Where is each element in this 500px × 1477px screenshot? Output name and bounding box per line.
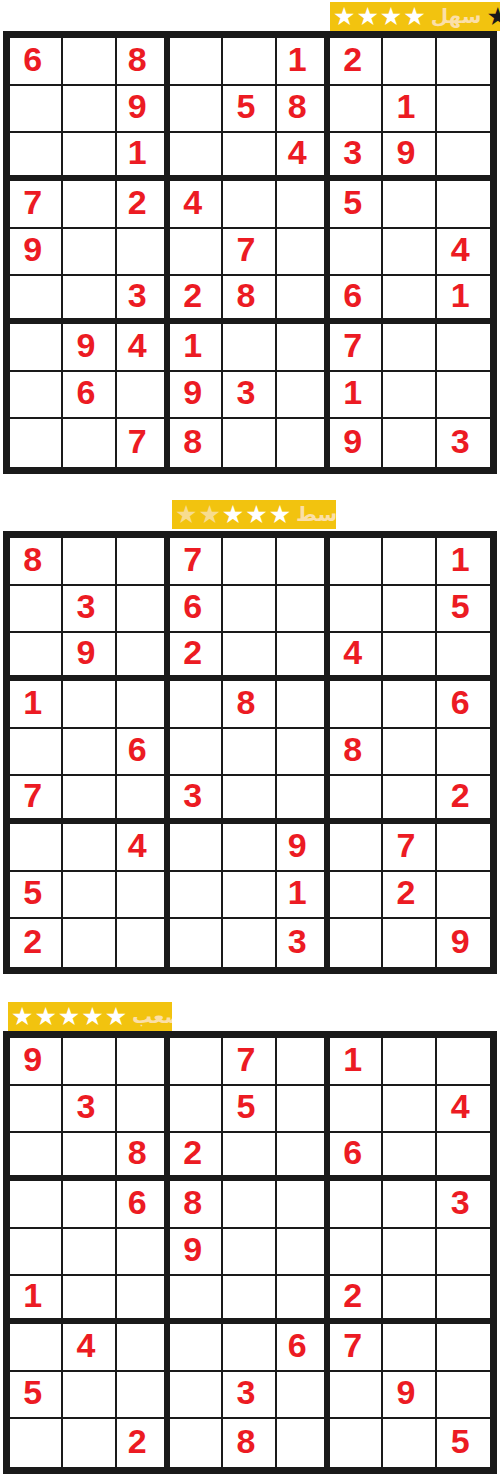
- sudoku-cell-r6c7[interactable]: [330, 776, 383, 824]
- difficulty-label: سهل: [431, 3, 482, 30]
- sudoku-cell-r4c1[interactable]: 7: [10, 181, 63, 229]
- given-digit: 5: [451, 589, 470, 623]
- sudoku-cell-r9c5[interactable]: 8: [223, 1419, 276, 1467]
- sudoku-cell-r4c8[interactable]: [383, 1181, 436, 1229]
- sudoku-cell-r5c4[interactable]: 9: [170, 1229, 223, 1277]
- sudoku-cell-r9c3[interactable]: [117, 919, 170, 967]
- sudoku-cell-r5c7[interactable]: 8: [330, 729, 383, 777]
- sudoku-cell-r8c4[interactable]: 9: [170, 372, 223, 420]
- sudoku-cell-r6c3[interactable]: [117, 776, 170, 824]
- star-icon: ★: [245, 501, 267, 528]
- sudoku-cell-r9c1[interactable]: [10, 1419, 63, 1467]
- sudoku-cell-r2c8[interactable]: [383, 586, 436, 634]
- sudoku-cell-r3c5[interactable]: [223, 1133, 276, 1181]
- sudoku-cell-r2c1[interactable]: [10, 1086, 63, 1134]
- sudoku-cell-r5c8[interactable]: [383, 229, 436, 277]
- given-digit: 7: [343, 328, 362, 362]
- sudoku-cell-r8c3[interactable]: [117, 1372, 170, 1420]
- sudoku-cell-r9c5[interactable]: [223, 419, 276, 467]
- sudoku-cell-r2c9[interactable]: 4: [437, 1086, 490, 1134]
- sudoku-cell-r6c1[interactable]: 1: [10, 1276, 63, 1324]
- sudoku-cell-r7c4[interactable]: 1: [170, 324, 223, 372]
- sudoku-cell-r8c8[interactable]: 2: [383, 872, 436, 920]
- sudoku-cell-r4c8[interactable]: [383, 681, 436, 729]
- given-digit: 9: [77, 328, 96, 362]
- star-icon: ★: [356, 3, 378, 30]
- sudoku-cell-r2c8[interactable]: 1: [383, 86, 436, 134]
- given-digit: 3: [451, 1185, 470, 1219]
- sudoku-cell-r2c8[interactable]: [383, 1086, 436, 1134]
- given-digit: 7: [237, 232, 256, 266]
- sudoku-cell-r8c7[interactable]: [330, 1372, 383, 1420]
- sudoku-cell-r4c6[interactable]: [277, 1181, 330, 1229]
- sudoku-cell-r9c7[interactable]: 9: [330, 419, 383, 467]
- sudoku-cell-r1c1[interactable]: 8: [10, 538, 63, 586]
- given-digit: 3: [288, 924, 307, 958]
- given-digit: 3: [451, 424, 470, 458]
- sudoku-cell-r2c7[interactable]: [330, 586, 383, 634]
- sudoku-cell-r8c1[interactable]: 5: [10, 872, 63, 920]
- sudoku-cell-r6c2[interactable]: [63, 276, 116, 324]
- sudoku-cell-r5c4[interactable]: [170, 229, 223, 277]
- sudoku-cell-r8c5[interactable]: 3: [223, 372, 276, 420]
- sudoku-cell-r8c3[interactable]: [117, 872, 170, 920]
- sudoku-cell-r7c7[interactable]: [330, 824, 383, 872]
- sudoku-cell-r1c6[interactable]: [277, 1038, 330, 1086]
- sudoku-cell-r1c1[interactable]: 9: [10, 1038, 63, 1086]
- star-icon: ★: [11, 1003, 33, 1030]
- sudoku-cell-r4c6[interactable]: [277, 681, 330, 729]
- star-icon: ★: [105, 1003, 127, 1030]
- sudoku-cell-r7c4[interactable]: [170, 824, 223, 872]
- sudoku-cell-r8c7[interactable]: 1: [330, 372, 383, 420]
- sudoku-cell-r4c7[interactable]: 5: [330, 181, 383, 229]
- sudoku-cell-r1c7[interactable]: 2: [330, 38, 383, 86]
- given-digit: 9: [77, 635, 96, 669]
- sudoku-cell-r5c2[interactable]: [63, 729, 116, 777]
- sudoku-cell-r9c8[interactable]: [383, 919, 436, 967]
- sudoku-cell-r3c5[interactable]: [223, 633, 276, 681]
- sudoku-cell-r9c8[interactable]: [383, 1419, 436, 1467]
- given-digit: 9: [397, 135, 416, 169]
- given-digit: 9: [23, 1042, 42, 1076]
- given-digit: 3: [77, 1089, 96, 1123]
- sudoku-cell-r8c8[interactable]: [383, 372, 436, 420]
- sudoku-cell-r8c2[interactable]: 6: [63, 372, 116, 420]
- sudoku-cell-r8c3[interactable]: [117, 372, 170, 420]
- sudoku-cell-r6c3[interactable]: [117, 1276, 170, 1324]
- sudoku-cell-r3c2[interactable]: 9: [63, 633, 116, 681]
- sudoku-cell-r3c9[interactable]: [437, 133, 490, 181]
- given-digit: 9: [23, 232, 42, 266]
- sudoku-cell-r5c6[interactable]: [277, 229, 330, 277]
- sudoku-cell-r3c2[interactable]: [63, 133, 116, 181]
- sudoku-cell-r3c4[interactable]: 2: [170, 1133, 223, 1181]
- sudoku-cell-r2c1[interactable]: [10, 86, 63, 134]
- sudoku-cell-r3c1[interactable]: [10, 1133, 63, 1181]
- sudoku-cell-r7c2[interactable]: [63, 824, 116, 872]
- given-digit: 2: [23, 924, 42, 958]
- sudoku-cell-r7c5[interactable]: [223, 824, 276, 872]
- sudoku-cell-r2c2[interactable]: 3: [63, 1086, 116, 1134]
- given-digit: 9: [343, 424, 362, 458]
- sudoku-cell-r8c2[interactable]: [63, 872, 116, 920]
- sudoku-cell-r6c6[interactable]: [277, 1276, 330, 1324]
- sudoku-cell-r7c4[interactable]: [170, 1324, 223, 1372]
- given-digit: 8: [237, 685, 256, 719]
- sudoku-cell-r5c6[interactable]: [277, 729, 330, 777]
- sudoku-cell-r8c6[interactable]: 1: [277, 872, 330, 920]
- sudoku-cell-r5c5[interactable]: [223, 1229, 276, 1277]
- sudoku-cell-r2c4[interactable]: [170, 1086, 223, 1134]
- sudoku-cell-r9c2[interactable]: [63, 919, 116, 967]
- sudoku-cell-r9c9[interactable]: 3: [437, 419, 490, 467]
- sudoku-cell-r4c4[interactable]: [170, 681, 223, 729]
- sudoku-cell-r9c5[interactable]: [223, 919, 276, 967]
- sudoku-cell-r5c6[interactable]: [277, 1229, 330, 1277]
- sudoku-cell-r4c8[interactable]: [383, 181, 436, 229]
- sudoku-cell-r6c2[interactable]: [63, 776, 116, 824]
- sudoku-cell-r9c3[interactable]: 2: [117, 1419, 170, 1467]
- sudoku-cell-r6c8[interactable]: [383, 1276, 436, 1324]
- sudoku-cell-r5c5[interactable]: [223, 729, 276, 777]
- sudoku-cell-r4c2[interactable]: [63, 681, 116, 729]
- sudoku-cell-r6c7[interactable]: 2: [330, 1276, 383, 1324]
- given-digit: 6: [128, 732, 147, 766]
- sudoku-cell-r4c5[interactable]: [223, 181, 276, 229]
- sudoku-cell-r7c9[interactable]: [437, 1324, 490, 1372]
- given-digit: 1: [343, 375, 362, 409]
- sudoku-cell-r3c6[interactable]: [277, 1133, 330, 1181]
- sudoku-cell-r2c2[interactable]: [63, 86, 116, 134]
- sudoku-cell-r5c4[interactable]: [170, 729, 223, 777]
- sudoku-cell-r5c9[interactable]: [437, 1229, 490, 1277]
- sudoku-cell-r9c1[interactable]: 2: [10, 919, 63, 967]
- sudoku-cell-r1c1[interactable]: 6: [10, 38, 63, 86]
- sudoku-cell-r7c1[interactable]: [10, 824, 63, 872]
- sudoku-cell-r7c2[interactable]: 9: [63, 324, 116, 372]
- sudoku-cell-r1c2[interactable]: [63, 538, 116, 586]
- sudoku-cell-r9c4[interactable]: 8: [170, 419, 223, 467]
- sudoku-cell-r9c6[interactable]: [277, 1419, 330, 1467]
- sudoku-cell-r6c4[interactable]: 2: [170, 276, 223, 324]
- sudoku-cell-r2c5[interactable]: [223, 586, 276, 634]
- sudoku-cell-r7c9[interactable]: [437, 824, 490, 872]
- sudoku-cell-r7c9[interactable]: [437, 324, 490, 372]
- sudoku-cell-r4c2[interactable]: [63, 181, 116, 229]
- sudoku-cell-r2c6[interactable]: [277, 1086, 330, 1134]
- sudoku-cell-r5c1[interactable]: [10, 729, 63, 777]
- sudoku-cell-r4c3[interactable]: 6: [117, 1181, 170, 1229]
- sudoku-cell-r5c1[interactable]: 9: [10, 229, 63, 277]
- given-digit: 6: [343, 278, 362, 312]
- sudoku-cell-r6c4[interactable]: [170, 1276, 223, 1324]
- sudoku-cell-r7c6[interactable]: [277, 324, 330, 372]
- sudoku-cell-r9c9[interactable]: 5: [437, 1419, 490, 1467]
- sudoku-cell-r3c3[interactable]: 1: [117, 133, 170, 181]
- given-digit: 7: [23, 778, 42, 812]
- sudoku-cell-r5c9[interactable]: 4: [437, 229, 490, 277]
- sudoku-cell-r3c3[interactable]: [117, 633, 170, 681]
- sudoku-cell-r3c6[interactable]: 4: [277, 133, 330, 181]
- sudoku-cell-r4c1[interactable]: 1: [10, 681, 63, 729]
- sudoku-cell-r1c8[interactable]: [383, 538, 436, 586]
- sudoku-cell-r8c8[interactable]: 9: [383, 1372, 436, 1420]
- given-digit: 9: [128, 89, 147, 123]
- sudoku-cell-r6c8[interactable]: [383, 776, 436, 824]
- difficulty-label: وسط: [296, 501, 336, 528]
- given-digit: 8: [183, 1185, 202, 1219]
- sudoku-cell-r8c1[interactable]: [10, 372, 63, 420]
- sudoku-cell-r6c5[interactable]: [223, 1276, 276, 1324]
- sudoku-cell-r4c7[interactable]: [330, 681, 383, 729]
- given-digit: 8: [23, 542, 42, 576]
- sudoku-cell-r6c3[interactable]: 3: [117, 276, 170, 324]
- sudoku-cell-r2c7[interactable]: [330, 1086, 383, 1134]
- sudoku-cell-r1c2[interactable]: [63, 1038, 116, 1086]
- given-digit: 8: [343, 732, 362, 766]
- given-digit: 1: [23, 685, 42, 719]
- given-digit: 6: [288, 1328, 307, 1362]
- sudoku-cell-r9c7[interactable]: [330, 919, 383, 967]
- sudoku-cell-r1c6[interactable]: 1: [277, 38, 330, 86]
- sudoku-cell-r1c6[interactable]: [277, 538, 330, 586]
- sudoku-cell-r3c2[interactable]: [63, 1133, 116, 1181]
- sudoku-cell-r7c6[interactable]: 9: [277, 824, 330, 872]
- sudoku-cell-r9c2[interactable]: [63, 419, 116, 467]
- sudoku-cell-r2c4[interactable]: 6: [170, 586, 223, 634]
- sudoku-cell-r1c9[interactable]: [437, 1038, 490, 1086]
- star-icon: ★: [380, 3, 402, 30]
- sudoku-cell-r1c5[interactable]: [223, 538, 276, 586]
- sudoku-cell-r9c4[interactable]: [170, 1419, 223, 1467]
- given-digit: 9: [397, 1375, 416, 1409]
- sudoku-cell-r5c2[interactable]: [63, 229, 116, 277]
- sudoku-cell-r5c8[interactable]: [383, 729, 436, 777]
- sudoku-cell-r1c9[interactable]: 1: [437, 538, 490, 586]
- sudoku-cell-r5c8[interactable]: [383, 1229, 436, 1277]
- sudoku-cell-r9c7[interactable]: [330, 1419, 383, 1467]
- sudoku-cell-r5c7[interactable]: [330, 1229, 383, 1277]
- sudoku-cell-r8c9[interactable]: [437, 872, 490, 920]
- sudoku-cell-r3c4[interactable]: [170, 133, 223, 181]
- given-digit: 3: [237, 375, 256, 409]
- difficulty-label: صعب: [132, 1003, 172, 1030]
- sudoku-cell-r8c7[interactable]: [330, 872, 383, 920]
- sudoku-cell-r2c9[interactable]: [437, 86, 490, 134]
- difficulty-banner-medium: ★★★★★وسط: [172, 500, 336, 529]
- sudoku-cell-r3c1[interactable]: [10, 133, 63, 181]
- sudoku-cell-r5c2[interactable]: [63, 1229, 116, 1277]
- sudoku-cell-r3c8[interactable]: [383, 1133, 436, 1181]
- sudoku-cell-r9c8[interactable]: [383, 419, 436, 467]
- sudoku-cell-r9c3[interactable]: 7: [117, 419, 170, 467]
- sudoku-cell-r3c9[interactable]: [437, 633, 490, 681]
- sudoku-cell-r6c5[interactable]: [223, 776, 276, 824]
- sudoku-cell-r2c2[interactable]: 3: [63, 586, 116, 634]
- sudoku-cell-r5c9[interactable]: [437, 729, 490, 777]
- star-icon: ★: [403, 3, 425, 30]
- given-digit: 8: [288, 89, 307, 123]
- sudoku-cell-r4c3[interactable]: [117, 681, 170, 729]
- sudoku-cell-r7c1[interactable]: [10, 1324, 63, 1372]
- sudoku-cell-r6c9[interactable]: 2: [437, 776, 490, 824]
- given-digit: 5: [23, 1375, 42, 1409]
- sudoku-cell-r9c2[interactable]: [63, 1419, 116, 1467]
- sudoku-cell-r6c1[interactable]: [10, 276, 63, 324]
- sudoku-cell-r7c8[interactable]: [383, 1324, 436, 1372]
- sudoku-cell-r9c9[interactable]: 9: [437, 919, 490, 967]
- given-digit: 4: [77, 1328, 96, 1362]
- sudoku-cell-r7c8[interactable]: [383, 324, 436, 372]
- sudoku-cell-r2c3[interactable]: [117, 1086, 170, 1134]
- given-digit: 9: [183, 375, 202, 409]
- sudoku-cell-r5c3[interactable]: 6: [117, 729, 170, 777]
- sudoku-cell-r2c5[interactable]: 5: [223, 1086, 276, 1134]
- sudoku-cell-r4c9[interactable]: 6: [437, 681, 490, 729]
- sudoku-cell-r8c6[interactable]: [277, 372, 330, 420]
- sudoku-cell-r6c6[interactable]: [277, 776, 330, 824]
- sudoku-cell-r1c4[interactable]: 7: [170, 538, 223, 586]
- given-digit: 4: [288, 135, 307, 169]
- sudoku-cell-r6c5[interactable]: 8: [223, 276, 276, 324]
- sudoku-cell-r4c2[interactable]: [63, 1181, 116, 1229]
- sudoku-cell-r6c6[interactable]: [277, 276, 330, 324]
- sudoku-cell-r4c4[interactable]: 4: [170, 181, 223, 229]
- sudoku-cell-r7c3[interactable]: 4: [117, 324, 170, 372]
- sudoku-cell-r1c4[interactable]: [170, 38, 223, 86]
- sudoku-cell-r8c5[interactable]: 3: [223, 1372, 276, 1420]
- sudoku-cell-r7c1[interactable]: [10, 324, 63, 372]
- sudoku-cell-r9c1[interactable]: [10, 419, 63, 467]
- sudoku-cell-r2c3[interactable]: [117, 586, 170, 634]
- sudoku-cell-r1c7[interactable]: [330, 538, 383, 586]
- sudoku-cell-r9c4[interactable]: [170, 919, 223, 967]
- given-digit: 6: [23, 42, 42, 76]
- given-digit: 6: [77, 375, 96, 409]
- sudoku-cell-r3c7[interactable]: 3: [330, 133, 383, 181]
- sudoku-cell-r4c9[interactable]: [437, 181, 490, 229]
- sudoku-cell-r1c5[interactable]: 7: [223, 1038, 276, 1086]
- sudoku-cell-r8c9[interactable]: [437, 372, 490, 420]
- sudoku-cell-r4c1[interactable]: [10, 1181, 63, 1229]
- sudoku-cell-r6c8[interactable]: [383, 276, 436, 324]
- sudoku-cell-r7c5[interactable]: [223, 324, 276, 372]
- sudoku-grid-medium: 87136592418668732497512239: [3, 531, 497, 974]
- sudoku-cell-r3c8[interactable]: [383, 633, 436, 681]
- sudoku-cell-r4c6[interactable]: [277, 181, 330, 229]
- sudoku-cell-r8c9[interactable]: [437, 1372, 490, 1420]
- sudoku-cell-r2c5[interactable]: 5: [223, 86, 276, 134]
- given-digit: 1: [183, 328, 202, 362]
- sudoku-cell-r2c7[interactable]: [330, 86, 383, 134]
- sudoku-cell-r5c3[interactable]: [117, 1229, 170, 1277]
- sudoku-cell-r6c7[interactable]: 6: [330, 276, 383, 324]
- sudoku-cell-r3c4[interactable]: 2: [170, 633, 223, 681]
- sudoku-cell-r2c6[interactable]: [277, 586, 330, 634]
- sudoku-cell-r2c4[interactable]: [170, 86, 223, 134]
- sudoku-cell-r3c7[interactable]: 4: [330, 633, 383, 681]
- sudoku-cell-r1c8[interactable]: [383, 1038, 436, 1086]
- sudoku-cell-r1c8[interactable]: [383, 38, 436, 86]
- sudoku-cell-r4c5[interactable]: 8: [223, 681, 276, 729]
- sudoku-cell-r3c1[interactable]: [10, 633, 63, 681]
- sudoku-cell-r4c4[interactable]: 8: [170, 1181, 223, 1229]
- sudoku-cell-r4c9[interactable]: 3: [437, 1181, 490, 1229]
- given-digit: 8: [237, 278, 256, 312]
- sudoku-cell-r8c1[interactable]: 5: [10, 1372, 63, 1420]
- sudoku-cell-r4c3[interactable]: 2: [117, 181, 170, 229]
- sudoku-cell-r8c6[interactable]: [277, 1372, 330, 1420]
- sudoku-cell-r9c6[interactable]: 3: [277, 919, 330, 967]
- sudoku-cell-r2c6[interactable]: 8: [277, 86, 330, 134]
- sudoku-cell-r1c3[interactable]: 8: [117, 38, 170, 86]
- sudoku-cell-r6c4[interactable]: 3: [170, 776, 223, 824]
- sudoku-cell-r7c8[interactable]: 7: [383, 824, 436, 872]
- sudoku-cell-r1c3[interactable]: [117, 1038, 170, 1086]
- sudoku-cell-r7c3[interactable]: 4: [117, 824, 170, 872]
- sudoku-cell-r7c5[interactable]: [223, 1324, 276, 1372]
- given-digit: 1: [451, 542, 470, 576]
- sudoku-cell-r5c5[interactable]: 7: [223, 229, 276, 277]
- given-digit: 4: [451, 232, 470, 266]
- sudoku-cell-r7c6[interactable]: 6: [277, 1324, 330, 1372]
- sudoku-cell-r8c2[interactable]: [63, 1372, 116, 1420]
- sudoku-cell-r1c9[interactable]: [437, 38, 490, 86]
- sudoku-cell-r6c2[interactable]: [63, 1276, 116, 1324]
- sudoku-cell-r2c1[interactable]: [10, 586, 63, 634]
- sudoku-cell-r3c8[interactable]: 9: [383, 133, 436, 181]
- sudoku-cell-r8c5[interactable]: [223, 872, 276, 920]
- sudoku-cell-r1c2[interactable]: [63, 38, 116, 86]
- given-digit: 2: [183, 1135, 202, 1169]
- sudoku-cell-r1c5[interactable]: [223, 38, 276, 86]
- sudoku-cell-r1c4[interactable]: [170, 1038, 223, 1086]
- given-digit: 7: [237, 1042, 256, 1076]
- sudoku-cell-r1c3[interactable]: [117, 538, 170, 586]
- given-digit: 2: [343, 1278, 362, 1312]
- sudoku-cell-r8c4[interactable]: [170, 1372, 223, 1420]
- sudoku-cell-r2c9[interactable]: 5: [437, 586, 490, 634]
- sudoku-cell-r3c7[interactable]: 6: [330, 1133, 383, 1181]
- sudoku-cell-r7c2[interactable]: 4: [63, 1324, 116, 1372]
- star-icon: ★: [58, 1003, 80, 1030]
- sudoku-cell-r6c9[interactable]: [437, 1276, 490, 1324]
- sudoku-cell-r3c9[interactable]: [437, 1133, 490, 1181]
- sudoku-cell-r7c3[interactable]: [117, 1324, 170, 1372]
- sudoku-cell-r4c5[interactable]: [223, 1181, 276, 1229]
- sudoku-cell-r5c1[interactable]: [10, 1229, 63, 1277]
- sudoku-cell-r8c4[interactable]: [170, 872, 223, 920]
- sudoku-cell-r5c7[interactable]: [330, 229, 383, 277]
- sudoku-cell-r3c3[interactable]: 8: [117, 1133, 170, 1181]
- sudoku-cell-r7c7[interactable]: 7: [330, 1324, 383, 1372]
- sudoku-cell-r1c7[interactable]: 1: [330, 1038, 383, 1086]
- sudoku-cell-r2c3[interactable]: 9: [117, 86, 170, 134]
- given-digit: 4: [451, 1089, 470, 1123]
- sudoku-cell-r7c7[interactable]: 7: [330, 324, 383, 372]
- sudoku-cell-r6c1[interactable]: 7: [10, 776, 63, 824]
- given-digit: 3: [343, 135, 362, 169]
- given-digit: 7: [128, 424, 147, 458]
- sudoku-cell-r6c9[interactable]: 1: [437, 276, 490, 324]
- sudoku-cell-r3c5[interactable]: [223, 133, 276, 181]
- given-digit: 1: [128, 135, 147, 169]
- sudoku-cell-r5c3[interactable]: [117, 229, 170, 277]
- sudoku-cell-r3c6[interactable]: [277, 633, 330, 681]
- sudoku-cell-r4c7[interactable]: [330, 1181, 383, 1229]
- sudoku-cell-r9c6[interactable]: [277, 419, 330, 467]
